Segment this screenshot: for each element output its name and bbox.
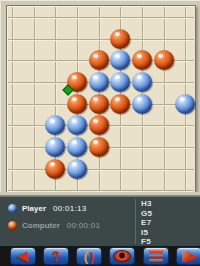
move-entry: H3 xyxy=(141,199,197,209)
blue-stone xyxy=(175,94,195,114)
blue-stone xyxy=(45,115,65,135)
refresh-parens-icon: () xyxy=(84,247,95,265)
blue-stone xyxy=(45,137,65,157)
toolbar: ◀?() xyxy=(0,246,200,266)
status-panel: Player00:01:13Computer00:00:01 H3G5E7I5F… xyxy=(0,196,200,246)
board-frame xyxy=(0,0,200,196)
move-entry: I5 xyxy=(141,228,197,238)
blue-stone xyxy=(132,72,152,92)
blue-stone xyxy=(67,159,87,179)
red-stone xyxy=(154,50,174,70)
player-name: Player xyxy=(22,204,46,213)
hint-button[interactable] xyxy=(109,247,135,265)
blue-stone xyxy=(132,94,152,114)
restart-button[interactable]: () xyxy=(76,247,102,265)
red-stone xyxy=(45,159,65,179)
red-stone xyxy=(89,115,109,135)
grid-line-horizontal xyxy=(8,39,194,40)
red-stone xyxy=(67,94,87,114)
question-mark-icon: ? xyxy=(52,248,61,264)
undo-button[interactable]: ◀ xyxy=(10,247,36,265)
panel-divider xyxy=(135,199,136,244)
help-button[interactable]: ? xyxy=(43,247,69,265)
grid-line-horizontal xyxy=(8,169,194,170)
grid-line-vertical xyxy=(12,7,13,193)
red-stone xyxy=(67,72,87,92)
back-arrow-icon: ◀ xyxy=(18,248,28,264)
gomoku-board[interactable] xyxy=(6,5,196,195)
blue-stone xyxy=(89,72,109,92)
red-stone xyxy=(89,50,109,70)
player-row-computer: Computer00:00:01 xyxy=(8,219,100,231)
menu-bars-icon xyxy=(149,249,163,263)
eye-icon xyxy=(113,250,131,262)
red-stone xyxy=(110,94,130,114)
player-clock: 00:00:01 xyxy=(67,221,101,230)
exit-door-icon xyxy=(181,250,197,263)
blue-stone xyxy=(110,72,130,92)
orange-ball-icon xyxy=(8,221,17,230)
grid-line-horizontal xyxy=(8,17,194,18)
menu-button[interactable] xyxy=(143,247,169,265)
exit-button[interactable] xyxy=(176,247,200,265)
blue-ball-icon xyxy=(8,204,17,213)
blue-stone xyxy=(67,115,87,135)
grid-line-vertical xyxy=(34,7,35,193)
red-stone xyxy=(89,94,109,114)
move-list[interactable]: H3G5E7I5F5 xyxy=(141,199,197,247)
player-clock: 00:01:13 xyxy=(53,204,87,213)
red-stone xyxy=(110,29,130,49)
player-name: Computer xyxy=(22,221,60,230)
red-stone xyxy=(132,50,152,70)
player-row-player: Player00:01:13 xyxy=(8,202,87,214)
blue-stone xyxy=(110,50,130,70)
red-stone xyxy=(89,137,109,157)
move-entry: E7 xyxy=(141,218,197,228)
blue-stone xyxy=(67,137,87,157)
grid-line-vertical xyxy=(164,7,165,193)
move-entry: G5 xyxy=(141,209,197,219)
